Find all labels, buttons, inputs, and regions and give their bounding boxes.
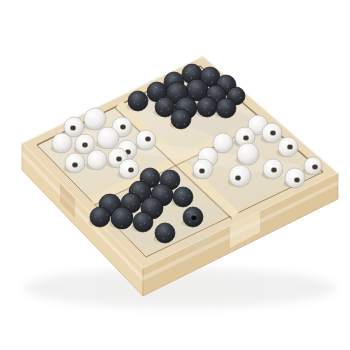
bead-hole <box>191 215 197 220</box>
bead-box-product-photo <box>0 0 350 350</box>
bead-hole <box>270 130 276 135</box>
bead-hole <box>199 168 205 173</box>
scene-svg <box>0 0 350 350</box>
bead-hole <box>243 135 249 140</box>
bead-hole <box>145 136 151 141</box>
bead-hole <box>82 142 88 147</box>
bead-hole <box>312 164 318 169</box>
bead-hole <box>271 167 277 172</box>
bead-hole <box>235 175 241 180</box>
bead-hole <box>128 167 134 172</box>
bead-hole <box>72 162 78 167</box>
bead-hole <box>120 124 126 129</box>
bead-hole <box>287 144 293 149</box>
bead-hole <box>116 156 122 161</box>
bead-hole <box>70 125 76 130</box>
bead-hole <box>294 177 300 182</box>
